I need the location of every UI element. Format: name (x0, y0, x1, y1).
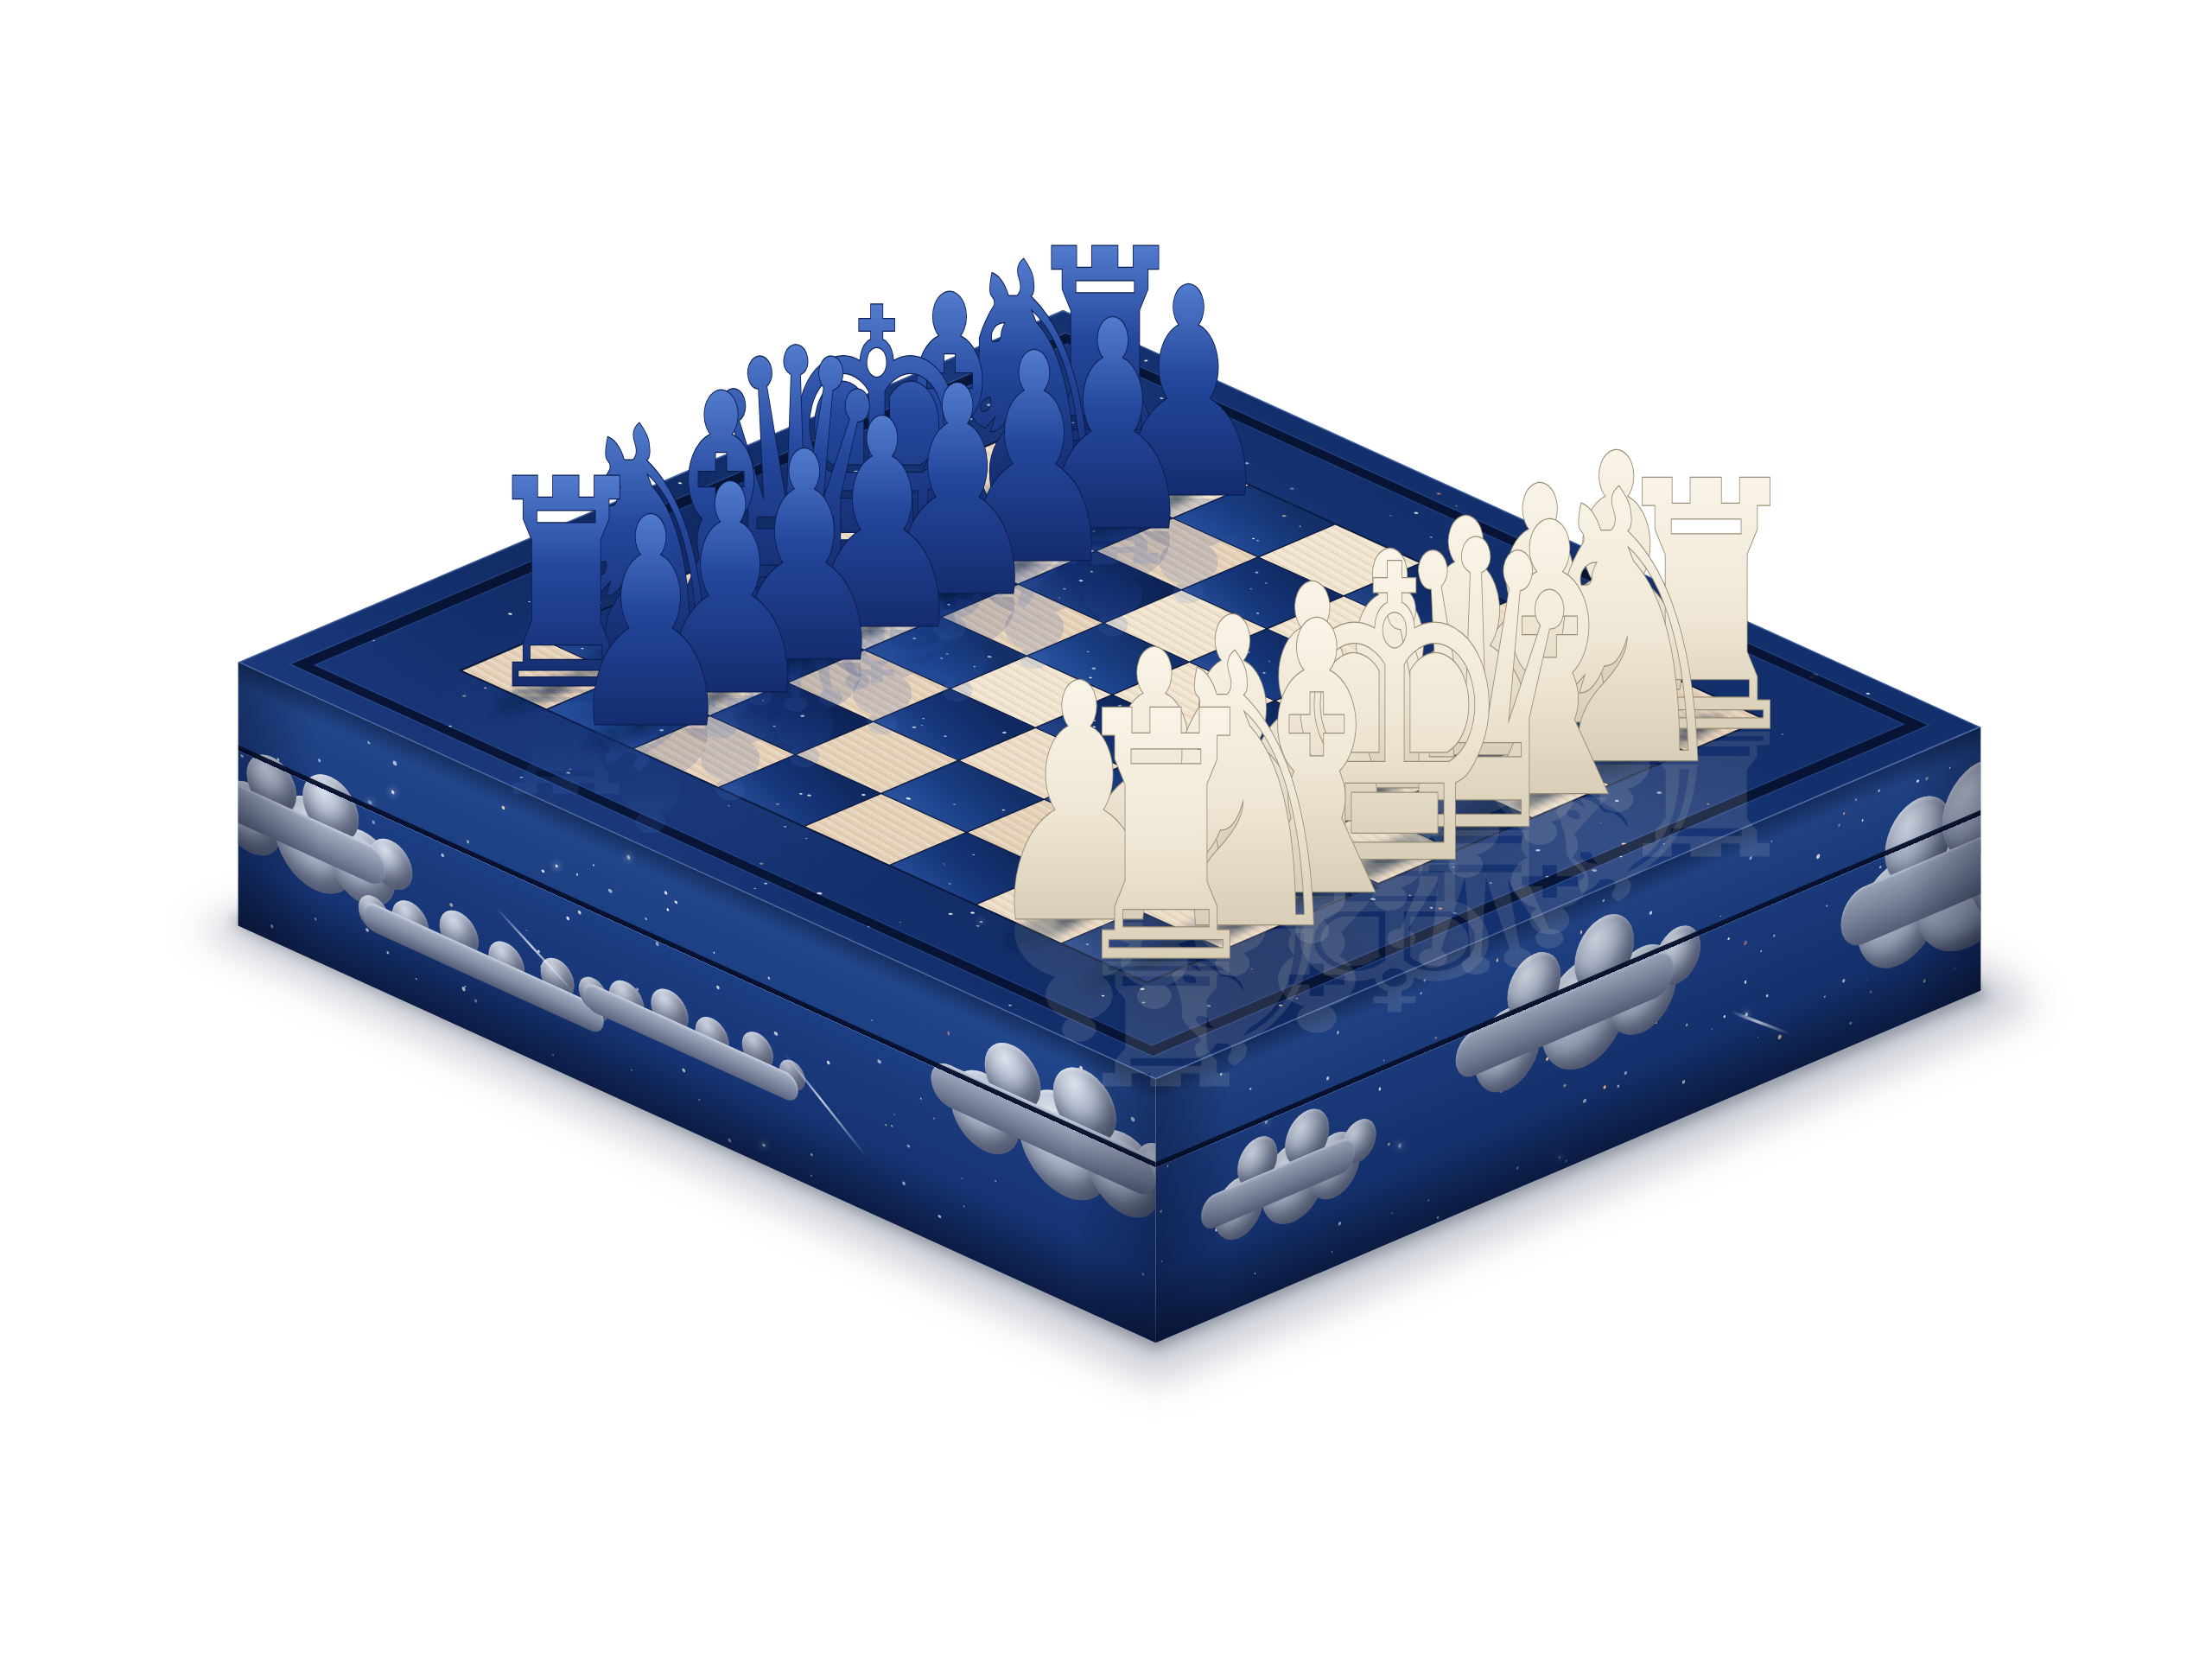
piece-cream-rook-a1[interactable]: ♜ (1065, 640, 1267, 1038)
piece-blue-pawn-a7[interactable]: ♟ (566, 457, 736, 792)
cloud-art (1833, 749, 1981, 965)
product-photo-scene: ♜♞♟♝♟♚♟♛♟♝♟♞♟♜♟♟♟♟♜♟♞♟♝♟♛♟♚♟♝♟♞♜♜♞♟♝♟♚♟♛… (0, 0, 2212, 1657)
shooting-star (1731, 1011, 1790, 1036)
